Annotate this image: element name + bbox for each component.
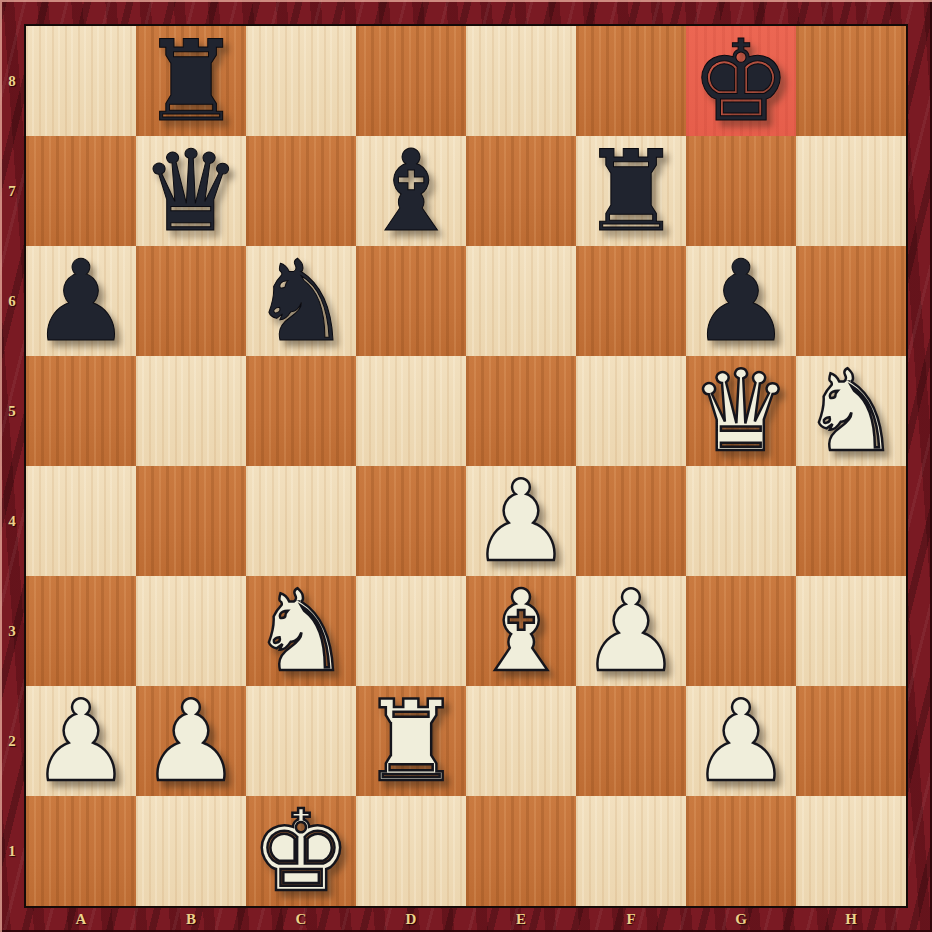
square-e5[interactable]: [466, 356, 576, 466]
square-a5[interactable]: [26, 356, 136, 466]
rank-labels: 87654321: [0, 26, 24, 906]
square-d4[interactable]: [356, 466, 466, 576]
board-frame: 87654321 ABCDEFGH ♜♚♛♝♜♟♞♟♛♞♟♞♝♟♟♟♜♟♚: [0, 0, 932, 932]
piece-black-knight: ♞: [246, 246, 356, 356]
square-e1[interactable]: [466, 796, 576, 906]
file-label-a: A: [26, 906, 136, 932]
square-f3[interactable]: ♟: [576, 576, 686, 686]
piece-white-king: ♚: [246, 796, 356, 906]
square-g4[interactable]: [686, 466, 796, 576]
square-b2[interactable]: ♟: [136, 686, 246, 796]
piece-black-rook: ♜: [576, 136, 686, 246]
piece-white-rook: ♜: [356, 686, 466, 796]
square-c4[interactable]: [246, 466, 356, 576]
square-b3[interactable]: [136, 576, 246, 686]
square-f4[interactable]: [576, 466, 686, 576]
piece-white-knight: ♞: [796, 356, 906, 466]
square-e4[interactable]: ♟: [466, 466, 576, 576]
square-h7[interactable]: [796, 136, 906, 246]
piece-black-rook: ♜: [136, 26, 246, 136]
square-h5[interactable]: ♞: [796, 356, 906, 466]
piece-white-pawn: ♟: [26, 686, 136, 796]
square-g3[interactable]: [686, 576, 796, 686]
square-a7[interactable]: [26, 136, 136, 246]
square-d1[interactable]: [356, 796, 466, 906]
square-d2[interactable]: ♜: [356, 686, 466, 796]
square-a4[interactable]: [26, 466, 136, 576]
piece-white-queen: ♛: [686, 356, 796, 466]
square-g5[interactable]: ♛: [686, 356, 796, 466]
square-h1[interactable]: [796, 796, 906, 906]
square-f6[interactable]: [576, 246, 686, 356]
square-e6[interactable]: [466, 246, 576, 356]
square-h3[interactable]: [796, 576, 906, 686]
chess-board: ♜♚♛♝♜♟♞♟♛♞♟♞♝♟♟♟♜♟♚: [24, 24, 908, 908]
square-f7[interactable]: ♜: [576, 136, 686, 246]
square-b1[interactable]: [136, 796, 246, 906]
rank-label-1: 1: [0, 796, 24, 906]
piece-black-king: ♚: [686, 26, 796, 136]
square-a2[interactable]: ♟: [26, 686, 136, 796]
square-g6[interactable]: ♟: [686, 246, 796, 356]
piece-black-pawn: ♟: [26, 246, 136, 356]
piece-white-pawn: ♟: [576, 576, 686, 686]
square-a8[interactable]: [26, 26, 136, 136]
piece-white-knight: ♞: [246, 576, 356, 686]
square-b6[interactable]: [136, 246, 246, 356]
rank-label-4: 4: [0, 466, 24, 576]
piece-white-pawn: ♟: [136, 686, 246, 796]
rank-label-8: 8: [0, 26, 24, 136]
square-b5[interactable]: [136, 356, 246, 466]
square-b7[interactable]: ♛: [136, 136, 246, 246]
piece-white-pawn: ♟: [686, 686, 796, 796]
square-d8[interactable]: [356, 26, 466, 136]
square-c8[interactable]: [246, 26, 356, 136]
square-d6[interactable]: [356, 246, 466, 356]
file-label-h: H: [796, 906, 906, 932]
file-label-g: G: [686, 906, 796, 932]
rank-label-2: 2: [0, 686, 24, 796]
file-label-f: F: [576, 906, 686, 932]
piece-black-pawn: ♟: [686, 246, 796, 356]
square-c5[interactable]: [246, 356, 356, 466]
square-a1[interactable]: [26, 796, 136, 906]
square-h4[interactable]: [796, 466, 906, 576]
piece-white-pawn: ♟: [466, 466, 576, 576]
square-h6[interactable]: [796, 246, 906, 356]
square-h2[interactable]: [796, 686, 906, 796]
square-c2[interactable]: [246, 686, 356, 796]
square-c7[interactable]: [246, 136, 356, 246]
square-g1[interactable]: [686, 796, 796, 906]
square-e7[interactable]: [466, 136, 576, 246]
rank-label-5: 5: [0, 356, 24, 466]
piece-white-bishop: ♝: [466, 576, 576, 686]
piece-black-bishop: ♝: [356, 136, 466, 246]
square-a3[interactable]: [26, 576, 136, 686]
rank-label-6: 6: [0, 246, 24, 356]
square-c3[interactable]: ♞: [246, 576, 356, 686]
square-a6[interactable]: ♟: [26, 246, 136, 356]
square-c6[interactable]: ♞: [246, 246, 356, 356]
file-label-d: D: [356, 906, 466, 932]
square-d3[interactable]: [356, 576, 466, 686]
square-c1[interactable]: ♚: [246, 796, 356, 906]
square-h8[interactable]: [796, 26, 906, 136]
square-b8[interactable]: ♜: [136, 26, 246, 136]
rank-label-3: 3: [0, 576, 24, 686]
square-d5[interactable]: [356, 356, 466, 466]
rank-label-7: 7: [0, 136, 24, 246]
square-d7[interactable]: ♝: [356, 136, 466, 246]
square-g7[interactable]: [686, 136, 796, 246]
square-e2[interactable]: [466, 686, 576, 796]
square-f1[interactable]: [576, 796, 686, 906]
piece-black-queen: ♛: [136, 136, 246, 246]
square-e8[interactable]: [466, 26, 576, 136]
square-f5[interactable]: [576, 356, 686, 466]
square-g2[interactable]: ♟: [686, 686, 796, 796]
file-label-b: B: [136, 906, 246, 932]
file-label-e: E: [466, 906, 576, 932]
square-f2[interactable]: [576, 686, 686, 796]
square-e3[interactable]: ♝: [466, 576, 576, 686]
square-f8[interactable]: [576, 26, 686, 136]
square-b4[interactable]: [136, 466, 246, 576]
square-g8[interactable]: ♚: [686, 26, 796, 136]
file-labels: ABCDEFGH: [26, 906, 906, 932]
